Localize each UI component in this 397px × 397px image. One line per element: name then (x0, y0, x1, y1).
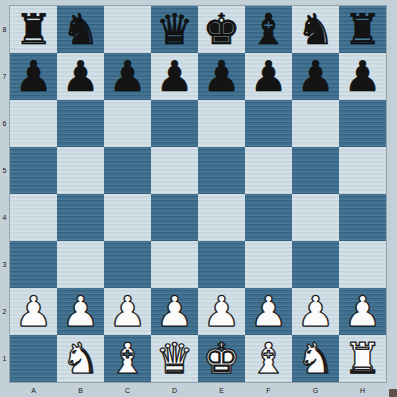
square-f1[interactable]: ♝ (245, 335, 292, 382)
piece-black-knight[interactable]: ♞ (62, 9, 100, 51)
square-h7[interactable]: ♟ (339, 53, 386, 100)
square-h4[interactable] (339, 194, 386, 241)
rank-label: 5 (0, 147, 9, 194)
square-b6[interactable] (57, 100, 104, 147)
piece-white-king[interactable]: ♚ (203, 338, 241, 380)
square-b4[interactable] (57, 194, 104, 241)
rank-label: 2 (0, 288, 9, 335)
piece-black-pawn[interactable]: ♟ (297, 56, 335, 98)
file-label: F (245, 383, 292, 397)
file-label: G (292, 383, 339, 397)
square-a8[interactable]: ♜ (10, 6, 57, 53)
file-label: C (104, 383, 151, 397)
square-g5[interactable] (292, 147, 339, 194)
square-e7[interactable]: ♟ (198, 53, 245, 100)
piece-black-pawn[interactable]: ♟ (344, 56, 382, 98)
file-label: H (339, 383, 386, 397)
square-d3[interactable] (151, 241, 198, 288)
square-b8[interactable]: ♞ (57, 6, 104, 53)
piece-black-pawn[interactable]: ♟ (15, 56, 53, 98)
square-e2[interactable]: ♟ (198, 288, 245, 335)
rank-label: 8 (0, 6, 9, 53)
square-g3[interactable] (292, 241, 339, 288)
file-label: E (198, 383, 245, 397)
square-a3[interactable] (10, 241, 57, 288)
square-c8[interactable] (104, 6, 151, 53)
square-d1[interactable]: ♛ (151, 335, 198, 382)
piece-white-bishop[interactable]: ♝ (109, 338, 147, 380)
piece-white-pawn[interactable]: ♟ (344, 291, 382, 333)
square-g2[interactable]: ♟ (292, 288, 339, 335)
piece-white-bishop[interactable]: ♝ (250, 338, 288, 380)
piece-white-pawn[interactable]: ♟ (156, 291, 194, 333)
piece-white-pawn[interactable]: ♟ (62, 291, 100, 333)
window-resize-grip-icon[interactable] (389, 389, 397, 397)
piece-white-pawn[interactable]: ♟ (109, 291, 147, 333)
square-g6[interactable] (292, 100, 339, 147)
file-label: B (57, 383, 104, 397)
square-e1[interactable]: ♚ (198, 335, 245, 382)
square-c4[interactable] (104, 194, 151, 241)
file-labels: ABCDEFGH (10, 383, 386, 397)
square-f3[interactable] (245, 241, 292, 288)
square-c2[interactable]: ♟ (104, 288, 151, 335)
square-c6[interactable] (104, 100, 151, 147)
piece-black-knight[interactable]: ♞ (297, 9, 335, 51)
file-label: A (10, 383, 57, 397)
piece-white-rook[interactable]: ♜ (344, 338, 382, 380)
square-f7[interactable]: ♟ (245, 53, 292, 100)
piece-black-rook[interactable]: ♜ (15, 9, 53, 51)
square-a1[interactable] (10, 335, 57, 382)
square-c5[interactable] (104, 147, 151, 194)
square-h3[interactable] (339, 241, 386, 288)
rank-label: 1 (0, 335, 9, 382)
chess-app-window: 87654321 ♜♞♛♚♝♞♜♟♟♟♟♟♟♟♟♟♟♟♟♟♟♟♟♞♝♛♚♝♞♜ … (0, 0, 397, 397)
piece-black-pawn[interactable]: ♟ (250, 56, 288, 98)
square-e3[interactable] (198, 241, 245, 288)
piece-black-pawn[interactable]: ♟ (62, 56, 100, 98)
square-e8[interactable]: ♚ (198, 6, 245, 53)
square-a6[interactable] (10, 100, 57, 147)
square-b5[interactable] (57, 147, 104, 194)
piece-white-knight[interactable]: ♞ (62, 338, 100, 380)
square-c7[interactable]: ♟ (104, 53, 151, 100)
piece-white-pawn[interactable]: ♟ (297, 291, 335, 333)
piece-white-queen[interactable]: ♛ (156, 338, 194, 380)
rank-labels: 87654321 (0, 6, 9, 382)
rank-label: 6 (0, 100, 9, 147)
square-c1[interactable]: ♝ (104, 335, 151, 382)
square-e5[interactable] (198, 147, 245, 194)
rank-label: 4 (0, 194, 9, 241)
square-f5[interactable] (245, 147, 292, 194)
square-f2[interactable]: ♟ (245, 288, 292, 335)
piece-white-pawn[interactable]: ♟ (203, 291, 241, 333)
square-d6[interactable] (151, 100, 198, 147)
piece-black-pawn[interactable]: ♟ (203, 56, 241, 98)
piece-black-pawn[interactable]: ♟ (156, 56, 194, 98)
rank-label: 7 (0, 53, 9, 100)
square-b3[interactable] (57, 241, 104, 288)
square-h8[interactable]: ♜ (339, 6, 386, 53)
piece-black-king[interactable]: ♚ (203, 9, 241, 51)
square-b7[interactable]: ♟ (57, 53, 104, 100)
square-d4[interactable] (151, 194, 198, 241)
square-e4[interactable] (198, 194, 245, 241)
square-f6[interactable] (245, 100, 292, 147)
piece-black-queen[interactable]: ♛ (156, 9, 194, 51)
square-d2[interactable]: ♟ (151, 288, 198, 335)
square-g7[interactable]: ♟ (292, 53, 339, 100)
square-a5[interactable] (10, 147, 57, 194)
rank-label: 3 (0, 241, 9, 288)
square-g1[interactable]: ♞ (292, 335, 339, 382)
square-h6[interactable] (339, 100, 386, 147)
chess-board: ♜♞♛♚♝♞♜♟♟♟♟♟♟♟♟♟♟♟♟♟♟♟♟♞♝♛♚♝♞♜ (9, 5, 387, 383)
piece-black-bishop[interactable]: ♝ (250, 9, 288, 51)
square-e6[interactable] (198, 100, 245, 147)
square-h1[interactable]: ♜ (339, 335, 386, 382)
square-a7[interactable]: ♟ (10, 53, 57, 100)
square-g4[interactable] (292, 194, 339, 241)
piece-black-rook[interactable]: ♜ (344, 9, 382, 51)
square-a2[interactable]: ♟ (10, 288, 57, 335)
square-g8[interactable]: ♞ (292, 6, 339, 53)
piece-white-knight[interactable]: ♞ (297, 338, 335, 380)
square-h2[interactable]: ♟ (339, 288, 386, 335)
square-b1[interactable]: ♞ (57, 335, 104, 382)
square-b2[interactable]: ♟ (57, 288, 104, 335)
square-f8[interactable]: ♝ (245, 6, 292, 53)
piece-white-pawn[interactable]: ♟ (250, 291, 288, 333)
piece-black-pawn[interactable]: ♟ (109, 56, 147, 98)
square-c3[interactable] (104, 241, 151, 288)
square-a4[interactable] (10, 194, 57, 241)
square-d5[interactable] (151, 147, 198, 194)
square-f4[interactable] (245, 194, 292, 241)
square-h5[interactable] (339, 147, 386, 194)
square-d8[interactable]: ♛ (151, 6, 198, 53)
piece-white-pawn[interactable]: ♟ (15, 291, 53, 333)
file-label: D (151, 383, 198, 397)
square-d7[interactable]: ♟ (151, 53, 198, 100)
